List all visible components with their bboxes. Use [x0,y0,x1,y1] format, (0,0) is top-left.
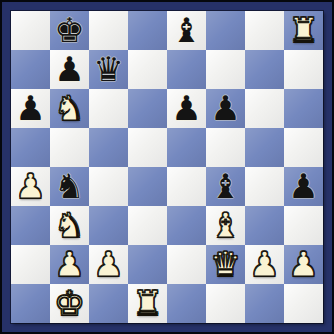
square-g1[interactable] [245,284,284,323]
square-f6[interactable]: ♟ [206,89,245,128]
square-b1[interactable]: ♚ [50,284,89,323]
square-f5[interactable] [206,128,245,167]
square-g6[interactable] [245,89,284,128]
piece-white-rook[interactable]: ♜ [132,286,162,320]
square-g7[interactable] [245,50,284,89]
square-b4[interactable]: ♞ [50,167,89,206]
square-d8[interactable] [128,11,167,50]
square-d3[interactable] [128,206,167,245]
square-h2[interactable]: ♟ [284,245,323,284]
square-e4[interactable] [167,167,206,206]
square-h3[interactable] [284,206,323,245]
piece-black-pawn[interactable]: ♟ [171,91,201,125]
square-e2[interactable] [167,245,206,284]
board-frame: ♚♝♜♟♛♟♞♟♟♟♞♝♟♞♝♟♟♛♟♟♚♜ [0,0,334,334]
square-b2[interactable]: ♟ [50,245,89,284]
square-c3[interactable] [89,206,128,245]
square-c1[interactable] [89,284,128,323]
piece-black-king[interactable]: ♚ [54,13,84,47]
square-d4[interactable] [128,167,167,206]
square-g3[interactable] [245,206,284,245]
square-f3[interactable]: ♝ [206,206,245,245]
square-a2[interactable] [11,245,50,284]
square-e3[interactable] [167,206,206,245]
square-h6[interactable] [284,89,323,128]
square-h4[interactable]: ♟ [284,167,323,206]
piece-black-bishop[interactable]: ♝ [171,13,201,47]
square-a5[interactable] [11,128,50,167]
piece-white-pawn[interactable]: ♟ [54,247,84,281]
square-c6[interactable] [89,89,128,128]
square-h5[interactable] [284,128,323,167]
piece-white-pawn[interactable]: ♟ [288,247,318,281]
square-g8[interactable] [245,11,284,50]
square-c4[interactable] [89,167,128,206]
piece-white-bishop[interactable]: ♝ [210,208,240,242]
square-e6[interactable]: ♟ [167,89,206,128]
piece-white-pawn[interactable]: ♟ [93,247,123,281]
square-g2[interactable]: ♟ [245,245,284,284]
square-a8[interactable] [11,11,50,50]
square-a1[interactable] [11,284,50,323]
square-d6[interactable] [128,89,167,128]
square-f4[interactable]: ♝ [206,167,245,206]
square-c7[interactable]: ♛ [89,50,128,89]
square-b7[interactable]: ♟ [50,50,89,89]
piece-white-knight[interactable]: ♞ [54,208,84,242]
square-c2[interactable]: ♟ [89,245,128,284]
piece-white-king[interactable]: ♚ [54,286,84,320]
square-a4[interactable]: ♟ [11,167,50,206]
square-e5[interactable] [167,128,206,167]
square-e1[interactable] [167,284,206,323]
square-a7[interactable] [11,50,50,89]
square-g5[interactable] [245,128,284,167]
square-d2[interactable] [128,245,167,284]
piece-black-knight[interactable]: ♞ [54,169,84,203]
square-d7[interactable] [128,50,167,89]
square-b8[interactable]: ♚ [50,11,89,50]
square-b5[interactable] [50,128,89,167]
piece-black-queen[interactable]: ♛ [93,52,123,86]
square-a6[interactable]: ♟ [11,89,50,128]
chess-board: ♚♝♜♟♛♟♞♟♟♟♞♝♟♞♝♟♟♛♟♟♚♜ [11,11,323,323]
square-g4[interactable] [245,167,284,206]
square-a3[interactable] [11,206,50,245]
square-c5[interactable] [89,128,128,167]
square-f2[interactable]: ♛ [206,245,245,284]
piece-black-pawn[interactable]: ♟ [288,169,318,203]
square-f1[interactable] [206,284,245,323]
square-d5[interactable] [128,128,167,167]
square-h7[interactable] [284,50,323,89]
square-h8[interactable]: ♜ [284,11,323,50]
piece-white-pawn[interactable]: ♟ [249,247,279,281]
piece-white-knight[interactable]: ♞ [54,91,84,125]
square-d1[interactable]: ♜ [128,284,167,323]
square-b6[interactable]: ♞ [50,89,89,128]
piece-black-pawn[interactable]: ♟ [210,91,240,125]
square-e8[interactable]: ♝ [167,11,206,50]
square-c8[interactable] [89,11,128,50]
piece-black-pawn[interactable]: ♟ [15,91,45,125]
square-f7[interactable] [206,50,245,89]
piece-white-queen[interactable]: ♛ [210,247,240,281]
piece-black-pawn[interactable]: ♟ [54,52,84,86]
square-h1[interactable] [284,284,323,323]
square-b3[interactable]: ♞ [50,206,89,245]
piece-white-pawn[interactable]: ♟ [15,169,45,203]
piece-black-bishop[interactable]: ♝ [210,169,240,203]
square-e7[interactable] [167,50,206,89]
square-f8[interactable] [206,11,245,50]
piece-white-rook[interactable]: ♜ [288,13,318,47]
